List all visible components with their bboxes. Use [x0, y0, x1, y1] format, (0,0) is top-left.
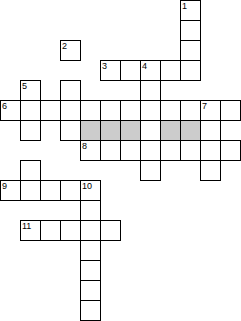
- answer-cell-r5c8[interactable]: [160, 100, 181, 121]
- answer-cell-r3c6[interactable]: [120, 60, 141, 81]
- answer-cell-r7c10[interactable]: [200, 140, 221, 161]
- shaded-cell-r6c5: [100, 120, 121, 141]
- answer-cell-r9c2[interactable]: [40, 180, 61, 201]
- clue-number-4: 4: [142, 61, 147, 71]
- answer-cell-r5c10[interactable]: 7: [200, 100, 221, 121]
- answer-cell-r7c4[interactable]: 8: [80, 140, 101, 161]
- answer-cell-r2c3[interactable]: 2: [60, 40, 81, 61]
- clue-number-3: 3: [102, 61, 107, 71]
- answer-cell-r7c7[interactable]: [140, 140, 161, 161]
- answer-cell-r14c4[interactable]: [80, 280, 101, 301]
- answer-cell-r6c1[interactable]: [20, 120, 41, 141]
- answer-cell-r5c0[interactable]: 6: [0, 100, 21, 121]
- answer-cell-r7c8[interactable]: [160, 140, 181, 161]
- answer-cell-r10c4[interactable]: [80, 200, 101, 221]
- answer-cell-r6c3[interactable]: [60, 120, 81, 141]
- answer-cell-r8c7[interactable]: [140, 160, 161, 181]
- answer-cell-r9c0[interactable]: 9: [0, 180, 21, 201]
- answer-cell-r3c8[interactable]: [160, 60, 181, 81]
- clue-number-11: 11: [22, 221, 31, 231]
- answer-cell-r12c4[interactable]: [80, 240, 101, 261]
- answer-cell-r11c2[interactable]: [40, 220, 61, 241]
- answer-cell-r5c6[interactable]: [120, 100, 141, 121]
- clue-number-1: 1: [182, 1, 187, 11]
- shaded-cell-r6c8: [160, 120, 181, 141]
- answer-cell-r5c9[interactable]: [180, 100, 201, 121]
- clue-number-10: 10: [82, 181, 92, 191]
- answer-cell-r13c4[interactable]: [80, 260, 101, 281]
- shaded-cell-r6c6: [120, 120, 141, 141]
- clue-number-8: 8: [82, 141, 87, 151]
- answer-cell-r2c9[interactable]: [180, 40, 201, 61]
- answer-cell-r6c7[interactable]: [140, 120, 161, 141]
- answer-cell-r8c10[interactable]: [200, 160, 221, 181]
- answer-cell-r4c3[interactable]: [60, 80, 81, 101]
- answer-cell-r3c7[interactable]: 4: [140, 60, 161, 81]
- answer-cell-r7c11[interactable]: [220, 140, 241, 161]
- answer-cell-r15c4[interactable]: [80, 300, 101, 321]
- answer-cell-r5c2[interactable]: [40, 100, 61, 121]
- answer-cell-r4c7[interactable]: [140, 80, 161, 101]
- clue-number-5: 5: [22, 81, 27, 91]
- answer-cell-r5c3[interactable]: [60, 100, 81, 121]
- clue-number-6: 6: [2, 101, 7, 111]
- answer-cell-r0c9[interactable]: 1: [180, 0, 201, 21]
- shaded-cell-r6c9: [180, 120, 201, 141]
- answer-cell-r5c7[interactable]: [140, 100, 161, 121]
- answer-cell-r5c1[interactable]: [20, 100, 41, 121]
- answer-cell-r11c1[interactable]: 11: [20, 220, 41, 241]
- answer-cell-r11c3[interactable]: [60, 220, 81, 241]
- answer-cell-r9c4[interactable]: 10: [80, 180, 101, 201]
- answer-cell-r3c9[interactable]: [180, 60, 201, 81]
- shaded-cell-r6c4: [80, 120, 101, 141]
- answer-cell-r7c9[interactable]: [180, 140, 201, 161]
- answer-cell-r7c5[interactable]: [100, 140, 121, 161]
- answer-cell-r5c4[interactable]: [80, 100, 101, 121]
- answer-cell-r6c10[interactable]: [200, 120, 221, 141]
- crossword-grid: 1234567891011: [0, 0, 241, 321]
- clue-number-7: 7: [202, 101, 207, 111]
- answer-cell-r8c1[interactable]: [20, 160, 41, 181]
- answer-cell-r9c1[interactable]: [20, 180, 41, 201]
- answer-cell-r3c5[interactable]: 3: [100, 60, 121, 81]
- answer-cell-r11c5[interactable]: [100, 220, 121, 241]
- answer-cell-r9c3[interactable]: [60, 180, 81, 201]
- answer-cell-r5c5[interactable]: [100, 100, 121, 121]
- answer-cell-r4c1[interactable]: 5: [20, 80, 41, 101]
- answer-cell-r1c9[interactable]: [180, 20, 201, 41]
- answer-cell-r7c6[interactable]: [120, 140, 141, 161]
- answer-cell-r11c4[interactable]: [80, 220, 101, 241]
- clue-number-9: 9: [2, 181, 7, 191]
- clue-number-2: 2: [62, 41, 67, 51]
- answer-cell-r5c11[interactable]: [220, 100, 241, 121]
